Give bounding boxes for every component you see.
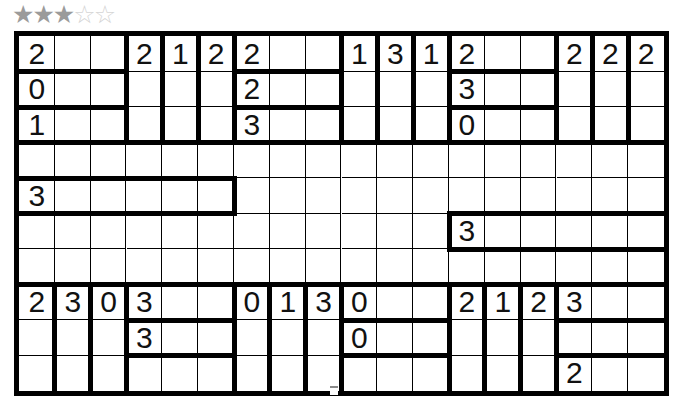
- cell-r8c8[interactable]: [270, 285, 306, 321]
- cell-r9c1[interactable]: [19, 320, 55, 356]
- cell-r6c14[interactable]: [485, 214, 521, 250]
- region-border-segment: [124, 211, 165, 216]
- cell-r1c12[interactable]: [413, 36, 449, 72]
- cell-r5c8[interactable]: [270, 178, 306, 214]
- cell-r1c6[interactable]: [198, 36, 234, 72]
- cell-r6c1[interactable]: [19, 214, 55, 250]
- region-border-segment: [447, 211, 488, 216]
- cell-r7c7[interactable]: [234, 249, 270, 285]
- region-border-segment: [554, 353, 595, 358]
- cell-r6c2[interactable]: [55, 214, 91, 250]
- region-border-segment: [124, 176, 165, 181]
- region-border-segment: [554, 282, 595, 287]
- cell-r4c1[interactable]: [19, 143, 55, 179]
- region-border-segment: [482, 318, 487, 359]
- cell-r7c13[interactable]: [449, 249, 485, 285]
- region-border-segment: [590, 69, 595, 110]
- region-border-segment: [88, 211, 129, 216]
- cell-r9c7[interactable]: [234, 320, 270, 356]
- cell-r10c8[interactable]: [270, 356, 306, 392]
- region-border-segment: [17, 282, 58, 287]
- region-border-segment: [590, 211, 631, 216]
- region-border-segment: [124, 34, 129, 75]
- cell-r9c3[interactable]: [91, 320, 127, 356]
- region-border-segment: [52, 140, 93, 145]
- cell-r6c13[interactable]: [449, 214, 485, 250]
- cell-r9c5[interactable]: [162, 320, 198, 356]
- cell-r1c7[interactable]: [234, 36, 270, 72]
- region-border-segment: [124, 318, 129, 359]
- region-border-segment: [232, 34, 237, 75]
- cell-r8c11[interactable]: [377, 285, 413, 321]
- cell-r6c6[interactable]: [198, 214, 234, 250]
- cell-r2c8[interactable]: [270, 72, 306, 108]
- cell-r7c15[interactable]: [521, 249, 557, 285]
- region-border-segment: [626, 105, 631, 146]
- region-border-segment: [482, 69, 523, 74]
- region-border-segment: [88, 140, 129, 145]
- region-border-segment: [88, 318, 93, 359]
- cell-r5c4[interactable]: [127, 178, 163, 214]
- cell-r10c14[interactable]: [485, 356, 521, 392]
- region-border-segment: [447, 247, 488, 252]
- cell-r3c6[interactable]: [198, 107, 234, 143]
- region-border-segment: [196, 353, 237, 358]
- region-border-segment: [339, 140, 380, 145]
- region-border-segment: [17, 176, 58, 181]
- region-border-segment: [375, 105, 380, 146]
- cell-r5c17[interactable]: [592, 178, 628, 214]
- cell-r4c3[interactable]: [91, 143, 127, 179]
- cell-r9c16[interactable]: [557, 320, 593, 356]
- cell-r8c4[interactable]: [127, 285, 163, 321]
- cell-r3c15[interactable]: [521, 107, 557, 143]
- cell-r6c3[interactable]: [91, 214, 127, 250]
- cell-r7c10[interactable]: [342, 249, 378, 285]
- region-border-segment: [375, 353, 416, 358]
- region-border-segment: [160, 353, 201, 358]
- region-border-segment: [590, 105, 595, 146]
- cell-r10c2[interactable]: [55, 356, 91, 392]
- region-border-segment: [482, 105, 523, 110]
- cell-r7c1[interactable]: [19, 249, 55, 285]
- cell-r7c16[interactable]: [557, 249, 593, 285]
- cell-r1c16[interactable]: [557, 36, 593, 72]
- region-border-segment: [232, 318, 237, 359]
- cell-r1c18[interactable]: [628, 36, 664, 72]
- cell-r8c10[interactable]: [342, 285, 378, 321]
- region-border-segment: [52, 353, 57, 394]
- cell-r5c11[interactable]: [377, 178, 413, 214]
- region-border-segment: [626, 211, 667, 216]
- region-border-segment: [52, 211, 93, 216]
- cell-r8c7[interactable]: [234, 285, 270, 321]
- cell-r9c8[interactable]: [270, 320, 306, 356]
- region-border-segment: [267, 282, 308, 287]
- region-border-segment: [447, 282, 488, 287]
- region-border-segment: [447, 140, 488, 145]
- region-border-segment: [339, 69, 344, 110]
- cell-r2c2[interactable]: [55, 72, 91, 108]
- cell-r4c15[interactable]: [521, 143, 557, 179]
- region-border-segment: [232, 105, 237, 146]
- difficulty-star-filled-icon: ★: [53, 2, 73, 27]
- difficulty-star-empty-icon: ☆: [94, 2, 114, 27]
- cell-r3c17[interactable]: [592, 107, 628, 143]
- cell-r5c5[interactable]: [162, 178, 198, 214]
- region-border-segment: [626, 353, 667, 358]
- cell-r3c4[interactable]: [127, 107, 163, 143]
- cell-r1c8[interactable]: [270, 36, 306, 72]
- cell-r5c15[interactable]: [521, 178, 557, 214]
- cell-r5c18[interactable]: [628, 178, 664, 214]
- region-border-segment: [447, 69, 452, 110]
- region-border-segment: [124, 318, 165, 323]
- cell-r7c18[interactable]: [628, 249, 664, 285]
- cell-r10c12[interactable]: [413, 356, 449, 392]
- cell-r1c9[interactable]: [306, 36, 342, 72]
- cell-r9c9[interactable]: [306, 320, 342, 356]
- region-border-segment: [411, 34, 416, 75]
- cell-r2c18[interactable]: [628, 72, 664, 108]
- region-border-segment: [232, 69, 237, 110]
- region-border-segment: [518, 211, 559, 216]
- region-border-segment: [196, 318, 237, 323]
- cell-r4c16[interactable]: [557, 143, 593, 179]
- cell-r2c4[interactable]: [127, 72, 163, 108]
- cell-r2c13[interactable]: [449, 72, 485, 108]
- region-border-segment: [554, 140, 595, 145]
- region-border-segment: [267, 140, 308, 145]
- cell-r7c5[interactable]: [162, 249, 198, 285]
- cell-r2c1[interactable]: [19, 72, 55, 108]
- region-border-segment: [375, 140, 416, 145]
- region-border-segment: [590, 318, 631, 323]
- region-border-segment: [303, 105, 344, 110]
- region-border-segment: [339, 34, 344, 75]
- cell-r8c16[interactable]: [557, 285, 593, 321]
- cell-r3c14[interactable]: [485, 107, 521, 143]
- cell-r10c4[interactable]: [127, 356, 163, 392]
- region-border-segment: [52, 282, 57, 323]
- cell-r1c4[interactable]: [127, 36, 163, 72]
- cell-r7c2[interactable]: [55, 249, 91, 285]
- region-border-segment: [447, 69, 488, 74]
- region-border-segment: [52, 282, 93, 287]
- cell-r2c11[interactable]: [377, 72, 413, 108]
- cell-r2c16[interactable]: [557, 72, 593, 108]
- region-border-segment: [232, 69, 273, 74]
- cell-r6c18[interactable]: [628, 214, 664, 250]
- cell-r9c4[interactable]: [127, 320, 163, 356]
- cell-r8c15[interactable]: [521, 285, 557, 321]
- region-border-segment: [447, 105, 488, 110]
- cell-r1c17[interactable]: [592, 36, 628, 72]
- cell-r7c17[interactable]: [592, 249, 628, 285]
- cell-r2c10[interactable]: [342, 72, 378, 108]
- cell-r8c17[interactable]: [592, 285, 628, 321]
- cell-r4c2[interactable]: [55, 143, 91, 179]
- cell-r10c13[interactable]: [449, 356, 485, 392]
- region-border-segment: [554, 34, 559, 75]
- cell-r1c14[interactable]: [485, 36, 521, 72]
- region-border-segment: [482, 282, 487, 323]
- region-border-segment: [124, 69, 129, 110]
- difficulty-star-filled-icon: ★: [12, 2, 32, 27]
- cell-r8c6[interactable]: [198, 285, 234, 321]
- cell-r6c11[interactable]: [377, 214, 413, 250]
- region-border-segment: [518, 318, 523, 359]
- cell-r9c13[interactable]: [449, 320, 485, 356]
- cell-r8c12[interactable]: [413, 285, 449, 321]
- cell-r5c13[interactable]: [449, 178, 485, 214]
- cell-r5c2[interactable]: [55, 178, 91, 214]
- cell-r6c8[interactable]: [270, 214, 306, 250]
- cell-r9c10[interactable]: [342, 320, 378, 356]
- region-border-segment: [303, 353, 308, 394]
- cell-r4c7[interactable]: [234, 143, 270, 179]
- cell-r7c6[interactable]: [198, 249, 234, 285]
- cell-r8c1[interactable]: [19, 285, 55, 321]
- region-border-segment: [196, 211, 237, 216]
- region-border-segment: [52, 318, 57, 359]
- region-border-segment: [447, 34, 452, 75]
- cell-r6c16[interactable]: [557, 214, 593, 250]
- cell-r1c10[interactable]: [342, 36, 378, 72]
- cell-r1c11[interactable]: [377, 36, 413, 72]
- cell-r5c1[interactable]: [19, 178, 55, 214]
- region-border-segment: [554, 282, 559, 323]
- cell-r6c15[interactable]: [521, 214, 557, 250]
- region-border-segment: [124, 353, 165, 358]
- cell-r7c12[interactable]: [413, 249, 449, 285]
- cell-r2c15[interactable]: [521, 72, 557, 108]
- region-border-segment: [17, 211, 58, 216]
- cell-r7c3[interactable]: [91, 249, 127, 285]
- region-border-segment: [52, 176, 93, 181]
- cell-r3c13[interactable]: [449, 107, 485, 143]
- cell-r7c14[interactable]: [485, 249, 521, 285]
- difficulty-rating: ★★★☆☆: [12, 2, 114, 27]
- cell-r3c3[interactable]: [91, 107, 127, 143]
- cell-r1c2[interactable]: [55, 36, 91, 72]
- cell-r2c6[interactable]: [198, 72, 234, 108]
- cell-r2c7[interactable]: [234, 72, 270, 108]
- difficulty-star-filled-icon: ★: [32, 2, 52, 27]
- cell-r4c12[interactable]: [413, 143, 449, 179]
- cell-r8c5[interactable]: [162, 285, 198, 321]
- region-border-segment: [375, 318, 416, 323]
- cell-r8c9[interactable]: [306, 285, 342, 321]
- cell-r3c5[interactable]: [162, 107, 198, 143]
- region-border-segment: [590, 34, 595, 75]
- region-border-segment: [267, 318, 272, 359]
- region-border-segment: [303, 282, 308, 323]
- region-border-segment: [554, 211, 595, 216]
- cell-r10c16[interactable]: [557, 356, 593, 392]
- cell-r6c17[interactable]: [592, 214, 628, 250]
- cell-r10c6[interactable]: [198, 356, 234, 392]
- region-border-segment: [590, 247, 631, 252]
- cell-r5c12[interactable]: [413, 178, 449, 214]
- cell-r6c5[interactable]: [162, 214, 198, 250]
- region-border-segment: [160, 34, 165, 75]
- region-border-segment: [518, 105, 559, 110]
- region-border-segment: [196, 105, 201, 146]
- cell-r2c17[interactable]: [592, 72, 628, 108]
- cell-r9c17[interactable]: [592, 320, 628, 356]
- cell-r2c9[interactable]: [306, 72, 342, 108]
- page: ★★★☆☆ 2212213122220231303323030130212330…: [0, 0, 683, 412]
- cell-r4c5[interactable]: [162, 143, 198, 179]
- region-border-segment: [626, 140, 667, 145]
- region-border-segment: [232, 140, 273, 145]
- cell-r5c3[interactable]: [91, 178, 127, 214]
- cell-r7c11[interactable]: [377, 249, 413, 285]
- cell-r9c18[interactable]: [628, 320, 664, 356]
- cell-r10c15[interactable]: [521, 356, 557, 392]
- cell-r4c4[interactable]: [127, 143, 163, 179]
- cell-r6c4[interactable]: [127, 214, 163, 250]
- region-border-segment: [339, 318, 344, 359]
- region-border-segment: [124, 282, 165, 287]
- cell-r2c5[interactable]: [162, 72, 198, 108]
- cell-r3c18[interactable]: [628, 107, 664, 143]
- cell-r8c18[interactable]: [628, 285, 664, 321]
- cell-r3c16[interactable]: [557, 107, 593, 143]
- region-border-segment: [196, 34, 201, 75]
- cell-r4c11[interactable]: [377, 143, 413, 179]
- region-border-segment: [232, 353, 237, 394]
- cell-r1c1[interactable]: [19, 36, 55, 72]
- cell-r1c3[interactable]: [91, 36, 127, 72]
- cell-r10c1[interactable]: [19, 356, 55, 392]
- cell-r10c18[interactable]: [628, 356, 664, 392]
- region-border-segment: [267, 105, 308, 110]
- cell-r6c10[interactable]: [342, 214, 378, 250]
- cell-r9c12[interactable]: [413, 320, 449, 356]
- cell-r5c16[interactable]: [557, 178, 593, 214]
- cell-r5c7[interactable]: [234, 178, 270, 214]
- region-border-segment: [339, 353, 344, 394]
- region-border-segment: [626, 34, 631, 75]
- cell-r4c13[interactable]: [449, 143, 485, 179]
- cell-r10c17[interactable]: [592, 356, 628, 392]
- region-border-segment: [518, 282, 559, 287]
- region-border-segment: [196, 140, 237, 145]
- region-border-segment: [303, 282, 344, 287]
- cell-r10c11[interactable]: [377, 356, 413, 392]
- cell-r5c14[interactable]: [485, 178, 521, 214]
- cell-r4c9[interactable]: [306, 143, 342, 179]
- region-border-segment: [447, 282, 452, 323]
- cell-r5c6[interactable]: [198, 178, 234, 214]
- region-border-segment: [375, 282, 416, 287]
- cell-r3c9[interactable]: [306, 107, 342, 143]
- region-border-segment: [339, 282, 380, 287]
- region-border-segment: [554, 69, 559, 110]
- cell-r6c12[interactable]: [413, 214, 449, 250]
- region-border-segment: [160, 69, 165, 110]
- cell-r4c6[interactable]: [198, 143, 234, 179]
- region-border-segment: [124, 282, 129, 323]
- cell-r9c2[interactable]: [55, 320, 91, 356]
- cell-r6c7[interactable]: [234, 214, 270, 250]
- region-border-segment: [411, 282, 452, 287]
- cell-r3c2[interactable]: [55, 107, 91, 143]
- region-border-segment: [160, 211, 201, 216]
- cell-r4c8[interactable]: [270, 143, 306, 179]
- region-border-segment: [482, 247, 523, 252]
- region-border-segment: [411, 140, 452, 145]
- region-border-segment: [339, 353, 380, 358]
- cell-r4c18[interactable]: [628, 143, 664, 179]
- cell-r1c5[interactable]: [162, 36, 198, 72]
- cell-r9c6[interactable]: [198, 320, 234, 356]
- region-border-segment: [88, 105, 129, 110]
- region-border-segment: [124, 140, 165, 145]
- cell-r4c10[interactable]: [342, 143, 378, 179]
- cell-r8c2[interactable]: [55, 285, 91, 321]
- cell-r10c5[interactable]: [162, 356, 198, 392]
- cell-r1c13[interactable]: [449, 36, 485, 72]
- cell-r4c14[interactable]: [485, 143, 521, 179]
- region-border-segment: [482, 211, 523, 216]
- region-border-segment: [88, 353, 93, 394]
- cell-r3c1[interactable]: [19, 107, 55, 143]
- cell-r9c15[interactable]: [521, 320, 557, 356]
- cell-r7c9[interactable]: [306, 249, 342, 285]
- cell-r3c8[interactable]: [270, 107, 306, 143]
- region-border-segment: [232, 282, 273, 287]
- region-border-segment: [411, 105, 416, 146]
- cell-r1c15[interactable]: [521, 36, 557, 72]
- cell-r10c7[interactable]: [234, 356, 270, 392]
- cell-r3c7[interactable]: [234, 107, 270, 143]
- cell-r7c8[interactable]: [270, 249, 306, 285]
- cell-r5c10[interactable]: [342, 178, 378, 214]
- cell-r2c3[interactable]: [91, 72, 127, 108]
- region-border-segment: [482, 353, 487, 394]
- cell-r8c3[interactable]: [91, 285, 127, 321]
- region-border-segment: [554, 353, 559, 394]
- cell-r4c17[interactable]: [592, 143, 628, 179]
- region-border-segment: [267, 353, 272, 394]
- cell-r10c10[interactable]: [342, 356, 378, 392]
- region-border-segment: [554, 318, 559, 359]
- cell-r3c12[interactable]: [413, 107, 449, 143]
- cell-r2c14[interactable]: [485, 72, 521, 108]
- region-border-segment: [518, 353, 523, 394]
- cell-r8c14[interactable]: [485, 285, 521, 321]
- cell-r7c4[interactable]: [127, 249, 163, 285]
- region-border-segment: [232, 282, 237, 323]
- cell-r6c9[interactable]: [306, 214, 342, 250]
- cell-r2c12[interactable]: [413, 72, 449, 108]
- region-border-segment: [626, 247, 667, 252]
- cell-r9c11[interactable]: [377, 320, 413, 356]
- cell-r10c3[interactable]: [91, 356, 127, 392]
- region-border-segment: [196, 176, 237, 181]
- region-border-segment: [196, 282, 237, 287]
- cell-r3c11[interactable]: [377, 107, 413, 143]
- cell-r8c13[interactable]: [449, 285, 485, 321]
- cell-r9c14[interactable]: [485, 320, 521, 356]
- region-border-segment: [411, 69, 416, 110]
- cell-r5c9[interactable]: [306, 178, 342, 214]
- region-border-segment: [554, 105, 559, 146]
- cell-r3c10[interactable]: [342, 107, 378, 143]
